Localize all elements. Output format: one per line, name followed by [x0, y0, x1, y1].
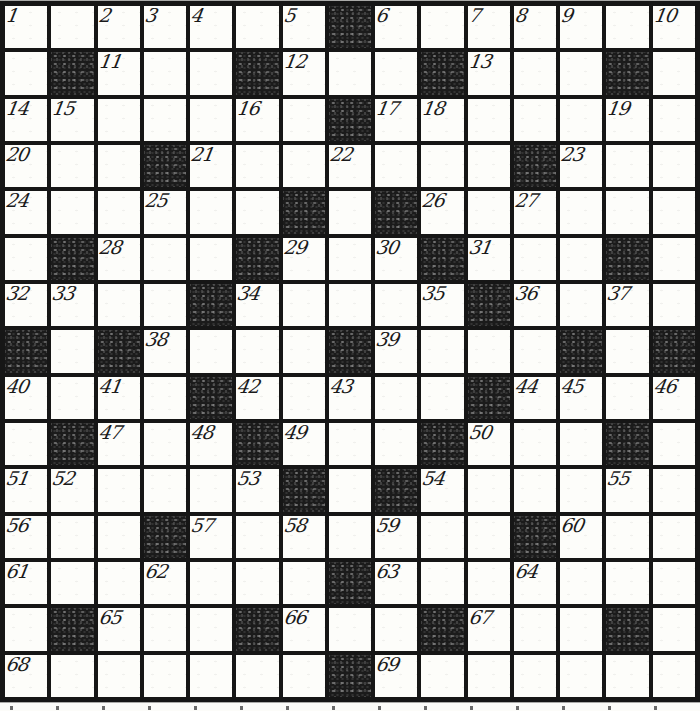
- letter-cell-r3c6[interactable]: [283, 145, 325, 187]
- letter-cell-r3c10[interactable]: [468, 145, 510, 187]
- letter-cell-r10c2[interactable]: [98, 469, 140, 511]
- block-cell-r4c6: [283, 191, 325, 233]
- clue-number-14: 14: [4, 99, 29, 119]
- clue-number-28: 28: [97, 238, 122, 258]
- letter-cell-r13c7[interactable]: [329, 608, 371, 650]
- clue-number-7: 7: [467, 6, 481, 26]
- block-cell-r1c5: [236, 52, 278, 94]
- letter-cell-r8c8[interactable]: [375, 377, 417, 419]
- letter-cell-r3c14[interactable]: [653, 145, 695, 187]
- letter-cell-r11c12[interactable]: 60: [560, 516, 602, 558]
- letter-cell-r12c4[interactable]: [190, 562, 232, 604]
- clue-number-11: 11: [97, 52, 122, 72]
- block-cell-r3c3: [144, 145, 186, 187]
- clue-number-13: 13: [467, 52, 492, 72]
- block-cell-r13c9: [421, 608, 463, 650]
- letter-cell-r12c5[interactable]: [236, 562, 278, 604]
- letter-cell-r2c3[interactable]: [144, 99, 186, 141]
- letter-cell-r11c14[interactable]: [653, 516, 695, 558]
- block-cell-r9c5: [236, 423, 278, 465]
- letter-cell-r9c11[interactable]: [514, 423, 556, 465]
- block-cell-r1c13: [606, 52, 648, 94]
- block-cell-r7c7: [329, 330, 371, 372]
- letter-cell-r10c9[interactable]: 54: [421, 469, 463, 511]
- letter-cell-r11c10[interactable]: [468, 516, 510, 558]
- clue-number-64: 64: [513, 562, 538, 582]
- letter-cell-r4c7[interactable]: [329, 191, 371, 233]
- letter-cell-r4c11[interactable]: 27: [514, 191, 556, 233]
- clue-number-18: 18: [421, 99, 446, 119]
- letter-cell-r12c1[interactable]: [51, 562, 93, 604]
- letter-cell-r12c6[interactable]: [283, 562, 325, 604]
- bottom-tick-marks: [10, 706, 690, 710]
- clue-number-68: 68: [4, 655, 29, 675]
- letter-cell-r7c1[interactable]: [51, 330, 93, 372]
- letter-cell-r12c14[interactable]: [653, 562, 695, 604]
- letter-cell-r13c0[interactable]: [5, 608, 47, 650]
- clue-number-37: 37: [606, 284, 631, 304]
- letter-cell-r10c12[interactable]: [560, 469, 602, 511]
- letter-cell-r9c0[interactable]: [5, 423, 47, 465]
- letter-cell-r12c0[interactable]: 61: [5, 562, 47, 604]
- letter-cell-r5c11[interactable]: [514, 238, 556, 280]
- letter-cell-r10c10[interactable]: [468, 469, 510, 511]
- letter-cell-r11c0[interactable]: 56: [5, 516, 47, 558]
- letter-cell-r11c8[interactable]: 59: [375, 516, 417, 558]
- letter-cell-r14c5[interactable]: [236, 655, 278, 697]
- letter-cell-r6c3[interactable]: [144, 284, 186, 326]
- letter-cell-r11c7[interactable]: [329, 516, 371, 558]
- clue-number-47: 47: [97, 423, 122, 443]
- letter-cell-r14c14[interactable]: [653, 655, 695, 697]
- letter-cell-r9c7[interactable]: [329, 423, 371, 465]
- clue-number-33: 33: [50, 284, 75, 304]
- letter-cell-r5c4[interactable]: [190, 238, 232, 280]
- letter-cell-r5c2[interactable]: 28: [98, 238, 140, 280]
- letter-cell-r2c9[interactable]: 18: [421, 99, 463, 141]
- letter-cell-r8c7[interactable]: 43: [329, 377, 371, 419]
- letter-cell-r4c2[interactable]: [98, 191, 140, 233]
- clue-number-1: 1: [4, 6, 18, 26]
- letter-cell-r11c13[interactable]: [606, 516, 648, 558]
- letter-cell-r14c1[interactable]: [51, 655, 93, 697]
- letter-cell-r2c11[interactable]: [514, 99, 556, 141]
- letter-cell-r10c4[interactable]: [190, 469, 232, 511]
- block-cell-r8c4: [190, 377, 232, 419]
- clue-number-40: 40: [4, 377, 29, 397]
- letter-cell-r13c8[interactable]: [375, 608, 417, 650]
- letter-cell-r5c6[interactable]: 29: [283, 238, 325, 280]
- letter-cell-r8c12[interactable]: 45: [560, 377, 602, 419]
- clue-number-38: 38: [143, 330, 168, 350]
- block-cell-r11c11: [514, 516, 556, 558]
- letter-cell-r4c13[interactable]: [606, 191, 648, 233]
- letter-cell-r5c7[interactable]: [329, 238, 371, 280]
- letter-cell-r1c14[interactable]: [653, 52, 695, 94]
- letter-cell-r3c9[interactable]: [421, 145, 463, 187]
- clue-number-8: 8: [513, 6, 527, 26]
- clue-number-22: 22: [328, 145, 353, 165]
- letter-cell-r6c2[interactable]: [98, 284, 140, 326]
- letter-cell-r4c9[interactable]: 26: [421, 191, 463, 233]
- block-cell-r9c13: [606, 423, 648, 465]
- letter-cell-r14c4[interactable]: [190, 655, 232, 697]
- letter-cell-r9c3[interactable]: [144, 423, 186, 465]
- letter-cell-r10c5[interactable]: 53: [236, 469, 278, 511]
- letter-cell-r6c1[interactable]: 33: [51, 284, 93, 326]
- letter-cell-r6c6[interactable]: [283, 284, 325, 326]
- letter-cell-r14c9[interactable]: [421, 655, 463, 697]
- letter-cell-r14c6[interactable]: [283, 655, 325, 697]
- letter-cell-r6c0[interactable]: 32: [5, 284, 47, 326]
- letter-cell-r3c2[interactable]: [98, 145, 140, 187]
- block-cell-r5c5: [236, 238, 278, 280]
- letter-cell-r0c13[interactable]: [606, 6, 648, 48]
- letter-cell-r8c5[interactable]: 42: [236, 377, 278, 419]
- letter-cell-r4c10[interactable]: [468, 191, 510, 233]
- letter-cell-r7c11[interactable]: [514, 330, 556, 372]
- letter-cell-r5c14[interactable]: [653, 238, 695, 280]
- letter-cell-r11c5[interactable]: [236, 516, 278, 558]
- clue-number-21: 21: [189, 145, 214, 165]
- clue-number-4: 4: [189, 6, 203, 26]
- clue-number-67: 67: [467, 608, 492, 628]
- clue-number-55: 55: [606, 469, 631, 489]
- letter-cell-r2c8[interactable]: 17: [375, 99, 417, 141]
- letter-cell-r8c14[interactable]: 46: [653, 377, 695, 419]
- letter-cell-r2c1[interactable]: 15: [51, 99, 93, 141]
- clue-number-16: 16: [236, 99, 261, 119]
- letter-cell-r6c7[interactable]: [329, 284, 371, 326]
- clue-number-12: 12: [282, 52, 307, 72]
- clue-number-43: 43: [328, 377, 353, 397]
- letter-cell-r12c2[interactable]: [98, 562, 140, 604]
- crossword-page: 1234567891011121314151617181920212223242…: [0, 0, 700, 711]
- letter-cell-r13c2[interactable]: 65: [98, 608, 140, 650]
- clue-number-48: 48: [189, 423, 214, 443]
- letter-cell-r8c1[interactable]: [51, 377, 93, 419]
- block-cell-r13c13: [606, 608, 648, 650]
- clue-number-26: 26: [421, 191, 446, 211]
- block-cell-r5c13: [606, 238, 648, 280]
- letter-cell-r7c5[interactable]: [236, 330, 278, 372]
- letter-cell-r1c2[interactable]: 11: [98, 52, 140, 94]
- block-cell-r10c6: [283, 469, 325, 511]
- clue-number-60: 60: [559, 516, 584, 536]
- letter-cell-r8c2[interactable]: 41: [98, 377, 140, 419]
- clue-number-5: 5: [282, 6, 296, 26]
- letter-cell-r12c9[interactable]: [421, 562, 463, 604]
- letter-cell-r0c12[interactable]: 9: [560, 6, 602, 48]
- block-cell-r7c14: [653, 330, 695, 372]
- letter-cell-r2c4[interactable]: [190, 99, 232, 141]
- letter-cell-r10c14[interactable]: [653, 469, 695, 511]
- letter-cell-r6c12[interactable]: [560, 284, 602, 326]
- letter-cell-r8c0[interactable]: 40: [5, 377, 47, 419]
- block-cell-r6c10: [468, 284, 510, 326]
- clue-number-32: 32: [4, 284, 29, 304]
- letter-cell-r6c11[interactable]: 36: [514, 284, 556, 326]
- letter-cell-r10c11[interactable]: [514, 469, 556, 511]
- letter-cell-r13c12[interactable]: [560, 608, 602, 650]
- letter-cell-r2c14[interactable]: [653, 99, 695, 141]
- clue-number-35: 35: [421, 284, 446, 304]
- letter-cell-r10c0[interactable]: 51: [5, 469, 47, 511]
- clue-number-51: 51: [4, 469, 29, 489]
- letter-cell-r2c5[interactable]: 16: [236, 99, 278, 141]
- letter-cell-r12c11[interactable]: 64: [514, 562, 556, 604]
- letter-cell-r4c4[interactable]: [190, 191, 232, 233]
- block-cell-r9c9: [421, 423, 463, 465]
- clue-number-61: 61: [4, 562, 29, 582]
- letter-cell-r14c13[interactable]: [606, 655, 648, 697]
- letter-cell-r11c9[interactable]: [421, 516, 463, 558]
- letter-cell-r0c5[interactable]: [236, 6, 278, 48]
- clue-number-54: 54: [421, 469, 446, 489]
- letter-cell-r13c10[interactable]: 67: [468, 608, 510, 650]
- letter-cell-r14c10[interactable]: [468, 655, 510, 697]
- letter-cell-r3c7[interactable]: 22: [329, 145, 371, 187]
- block-cell-r9c1: [51, 423, 93, 465]
- letter-cell-r11c4[interactable]: 57: [190, 516, 232, 558]
- letter-cell-r1c3[interactable]: [144, 52, 186, 94]
- letter-cell-r2c12[interactable]: [560, 99, 602, 141]
- clue-number-36: 36: [513, 284, 538, 304]
- letter-cell-r10c13[interactable]: 55: [606, 469, 648, 511]
- clue-number-66: 66: [282, 608, 307, 628]
- letter-cell-r11c2[interactable]: [98, 516, 140, 558]
- clue-number-29: 29: [282, 238, 307, 258]
- letter-cell-r10c7[interactable]: [329, 469, 371, 511]
- letter-cell-r3c13[interactable]: [606, 145, 648, 187]
- letter-cell-r12c13[interactable]: [606, 562, 648, 604]
- clue-number-23: 23: [559, 145, 584, 165]
- letter-cell-r9c12[interactable]: [560, 423, 602, 465]
- letter-cell-r6c5[interactable]: 34: [236, 284, 278, 326]
- letter-cell-r9c4[interactable]: 48: [190, 423, 232, 465]
- letter-cell-r13c3[interactable]: [144, 608, 186, 650]
- letter-cell-r6c8[interactable]: [375, 284, 417, 326]
- letter-cell-r4c0[interactable]: 24: [5, 191, 47, 233]
- letter-cell-r4c12[interactable]: [560, 191, 602, 233]
- clue-number-19: 19: [606, 99, 631, 119]
- letter-cell-r1c12[interactable]: [560, 52, 602, 94]
- letter-cell-r2c6[interactable]: [283, 99, 325, 141]
- clue-number-52: 52: [50, 469, 75, 489]
- block-cell-r12c7: [329, 562, 371, 604]
- clue-number-42: 42: [236, 377, 261, 397]
- clue-number-39: 39: [374, 330, 399, 350]
- letter-cell-r2c13[interactable]: 19: [606, 99, 648, 141]
- letter-cell-r5c12[interactable]: [560, 238, 602, 280]
- clue-number-24: 24: [4, 191, 29, 211]
- letter-cell-r3c1[interactable]: [51, 145, 93, 187]
- letter-cell-r0c10[interactable]: 7: [468, 6, 510, 48]
- letter-cell-r1c0[interactable]: [5, 52, 47, 94]
- clue-number-17: 17: [374, 99, 399, 119]
- clue-number-63: 63: [374, 562, 399, 582]
- block-cell-r13c5: [236, 608, 278, 650]
- clue-number-65: 65: [97, 608, 122, 628]
- clue-number-41: 41: [97, 377, 122, 397]
- clue-number-31: 31: [467, 238, 492, 258]
- letter-cell-r9c14[interactable]: [653, 423, 695, 465]
- letter-cell-r4c3[interactable]: 25: [144, 191, 186, 233]
- letter-cell-r3c4[interactable]: 21: [190, 145, 232, 187]
- block-cell-r6c4: [190, 284, 232, 326]
- letter-cell-r5c8[interactable]: 30: [375, 238, 417, 280]
- clue-number-6: 6: [374, 6, 388, 26]
- letter-cell-r14c2[interactable]: [98, 655, 140, 697]
- letter-cell-r11c6[interactable]: 58: [283, 516, 325, 558]
- letter-cell-r12c3[interactable]: 62: [144, 562, 186, 604]
- letter-cell-r5c10[interactable]: 31: [468, 238, 510, 280]
- clue-number-46: 46: [652, 377, 677, 397]
- letter-cell-r12c12[interactable]: [560, 562, 602, 604]
- letter-cell-r1c8[interactable]: [375, 52, 417, 94]
- letter-cell-r8c11[interactable]: 44: [514, 377, 556, 419]
- letter-cell-r9c6[interactable]: 49: [283, 423, 325, 465]
- crossword-grid: 1234567891011121314151617181920212223242…: [0, 1, 700, 702]
- letter-cell-r0c0[interactable]: 1: [5, 6, 47, 48]
- letter-cell-r6c14[interactable]: [653, 284, 695, 326]
- letter-cell-r0c11[interactable]: 8: [514, 6, 556, 48]
- letter-cell-r1c4[interactable]: [190, 52, 232, 94]
- letter-cell-r3c8[interactable]: [375, 145, 417, 187]
- letter-cell-r7c13[interactable]: [606, 330, 648, 372]
- letter-cell-r4c1[interactable]: [51, 191, 93, 233]
- clue-number-15: 15: [50, 99, 75, 119]
- letter-cell-r1c11[interactable]: [514, 52, 556, 94]
- letter-cell-r13c4[interactable]: [190, 608, 232, 650]
- letter-cell-r7c9[interactable]: [421, 330, 463, 372]
- block-cell-r7c12: [560, 330, 602, 372]
- clue-number-58: 58: [282, 516, 307, 536]
- letter-cell-r8c3[interactable]: [144, 377, 186, 419]
- letter-cell-r0c14[interactable]: 10: [653, 6, 695, 48]
- letter-cell-r0c3[interactable]: 3: [144, 6, 186, 48]
- clue-number-10: 10: [652, 6, 677, 26]
- letter-cell-r7c8[interactable]: 39: [375, 330, 417, 372]
- block-cell-r7c2: [98, 330, 140, 372]
- block-cell-r13c1: [51, 608, 93, 650]
- letter-cell-r14c11[interactable]: [514, 655, 556, 697]
- letter-cell-r9c2[interactable]: 47: [98, 423, 140, 465]
- clue-number-62: 62: [143, 562, 168, 582]
- clue-number-56: 56: [4, 516, 29, 536]
- clue-number-2: 2: [97, 6, 111, 26]
- clue-number-3: 3: [143, 6, 157, 26]
- clue-number-53: 53: [236, 469, 261, 489]
- clue-number-25: 25: [143, 191, 168, 211]
- letter-cell-r13c6[interactable]: 66: [283, 608, 325, 650]
- block-cell-r1c1: [51, 52, 93, 94]
- clue-number-34: 34: [236, 284, 261, 304]
- clue-number-30: 30: [374, 238, 399, 258]
- letter-cell-r8c9[interactable]: [421, 377, 463, 419]
- letter-cell-r6c13[interactable]: 37: [606, 284, 648, 326]
- letter-cell-r10c3[interactable]: [144, 469, 186, 511]
- letter-cell-r0c1[interactable]: [51, 6, 93, 48]
- letter-cell-r1c6[interactable]: 12: [283, 52, 325, 94]
- letter-cell-r11c1[interactable]: [51, 516, 93, 558]
- letter-cell-r14c0[interactable]: 68: [5, 655, 47, 697]
- block-cell-r11c3: [144, 516, 186, 558]
- clue-number-44: 44: [513, 377, 538, 397]
- clue-number-57: 57: [189, 516, 214, 536]
- letter-cell-r0c2[interactable]: 2: [98, 6, 140, 48]
- clue-number-69: 69: [374, 655, 399, 675]
- block-cell-r0c7: [329, 6, 371, 48]
- letter-cell-r8c13[interactable]: [606, 377, 648, 419]
- clue-number-59: 59: [374, 516, 399, 536]
- letter-cell-r4c14[interactable]: [653, 191, 695, 233]
- block-cell-r3c11: [514, 145, 556, 187]
- block-cell-r4c8: [375, 191, 417, 233]
- letter-cell-r7c4[interactable]: [190, 330, 232, 372]
- letter-cell-r1c7[interactable]: [329, 52, 371, 94]
- letter-cell-r0c8[interactable]: 6: [375, 6, 417, 48]
- clue-number-50: 50: [467, 423, 492, 443]
- letter-cell-r9c8[interactable]: [375, 423, 417, 465]
- letter-cell-r13c14[interactable]: [653, 608, 695, 650]
- letter-cell-r3c0[interactable]: 20: [5, 145, 47, 187]
- letter-cell-r8c6[interactable]: [283, 377, 325, 419]
- letter-cell-r5c0[interactable]: [5, 238, 47, 280]
- block-cell-r1c9: [421, 52, 463, 94]
- clue-number-20: 20: [4, 145, 29, 165]
- letter-cell-r14c3[interactable]: [144, 655, 186, 697]
- clue-number-27: 27: [513, 191, 538, 211]
- letter-cell-r4c5[interactable]: [236, 191, 278, 233]
- letter-cell-r2c0[interactable]: 14: [5, 99, 47, 141]
- clue-number-9: 9: [559, 6, 573, 26]
- letter-cell-r9c10[interactable]: 50: [468, 423, 510, 465]
- letter-cell-r12c10[interactable]: [468, 562, 510, 604]
- letter-cell-r0c9[interactable]: [421, 6, 463, 48]
- letter-cell-r0c4[interactable]: 4: [190, 6, 232, 48]
- clue-number-45: 45: [559, 377, 584, 397]
- letter-cell-r1c10[interactable]: 13: [468, 52, 510, 94]
- block-cell-r7c0: [5, 330, 47, 372]
- block-cell-r5c9: [421, 238, 463, 280]
- letter-cell-r14c12[interactable]: [560, 655, 602, 697]
- letter-cell-r7c3[interactable]: 38: [144, 330, 186, 372]
- block-cell-r5c1: [51, 238, 93, 280]
- letter-cell-r13c11[interactable]: [514, 608, 556, 650]
- block-cell-r10c8: [375, 469, 417, 511]
- letter-cell-r2c2[interactable]: [98, 99, 140, 141]
- letter-cell-r3c12[interactable]: 23: [560, 145, 602, 187]
- letter-cell-r14c8[interactable]: 69: [375, 655, 417, 697]
- letter-cell-r10c1[interactable]: 52: [51, 469, 93, 511]
- letter-cell-r12c8[interactable]: 63: [375, 562, 417, 604]
- block-cell-r8c10: [468, 377, 510, 419]
- letter-cell-r7c6[interactable]: [283, 330, 325, 372]
- letter-cell-r2c10[interactable]: [468, 99, 510, 141]
- letter-cell-r7c10[interactable]: [468, 330, 510, 372]
- letter-cell-r5c3[interactable]: [144, 238, 186, 280]
- block-cell-r14c7: [329, 655, 371, 697]
- letter-cell-r0c6[interactable]: 5: [283, 6, 325, 48]
- block-cell-r2c7: [329, 99, 371, 141]
- letter-cell-r3c5[interactable]: [236, 145, 278, 187]
- letter-cell-r6c9[interactable]: 35: [421, 284, 463, 326]
- clue-number-49: 49: [282, 423, 307, 443]
